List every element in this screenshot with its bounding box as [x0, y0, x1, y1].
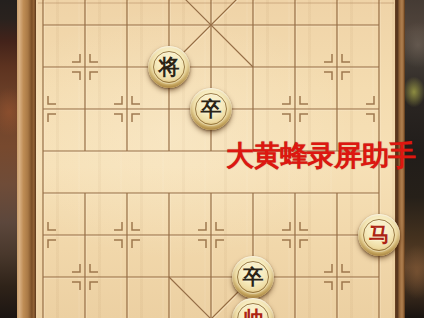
piece-black-general[interactable]: 将 — [148, 46, 190, 88]
piece-black-soldier-1[interactable]: 卒 — [190, 88, 232, 130]
piece-character: 帅 — [243, 309, 264, 318]
piece-character: 卒 — [243, 267, 264, 288]
piece-character: 卒 — [201, 99, 222, 120]
xiangqi-game-screen: 将卒马卒帅 大黄蜂录屏助手 — [0, 0, 424, 318]
piece-red-general[interactable]: 帅 — [232, 298, 274, 318]
piece-character: 马 — [369, 225, 390, 246]
piece-black-soldier-2[interactable]: 卒 — [232, 256, 274, 298]
piece-character: 将 — [159, 57, 180, 78]
watermark-text: 大黄蜂录屏助手 — [226, 141, 415, 170]
piece-red-horse[interactable]: 马 — [358, 214, 400, 256]
